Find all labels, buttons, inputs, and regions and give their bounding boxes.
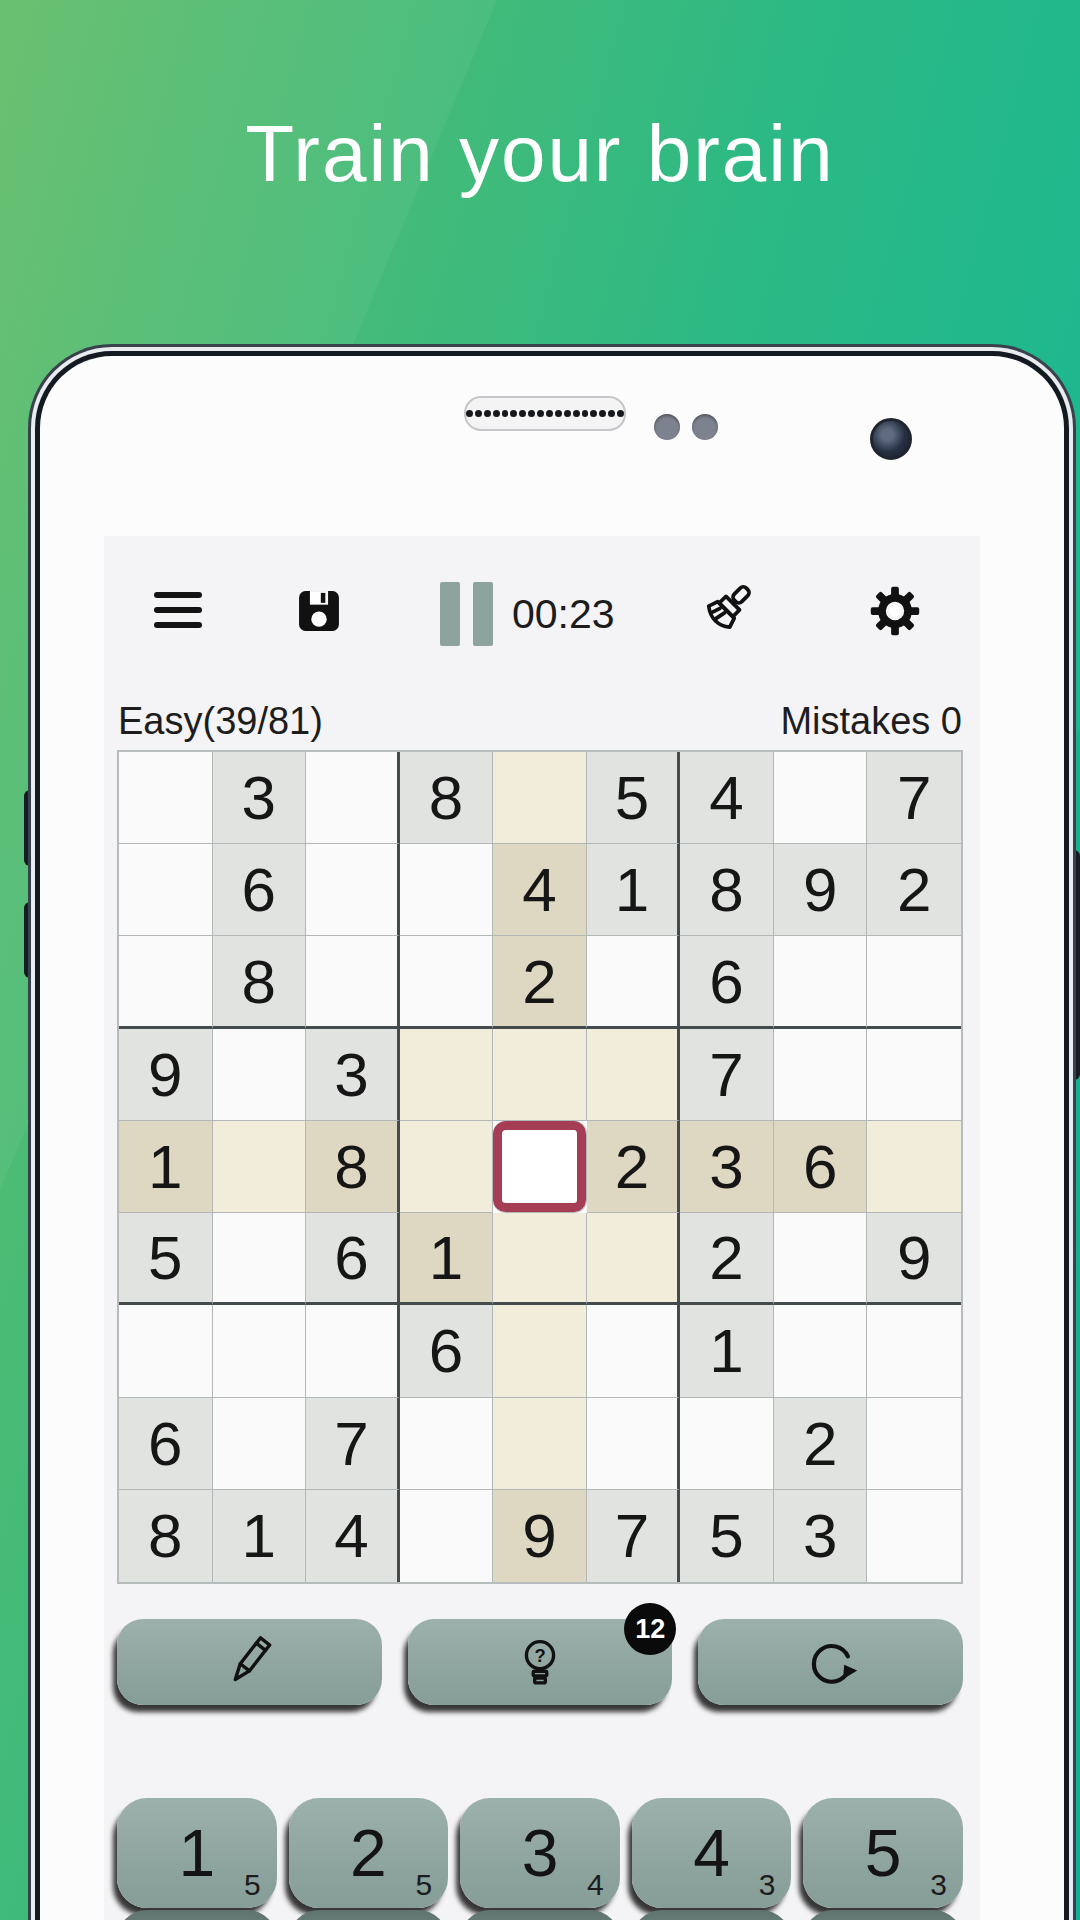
sudoku-cell-r2c4[interactable]	[400, 844, 494, 936]
action-button-row: ? 12	[117, 1619, 963, 1705]
hint-button[interactable]: ? 12	[408, 1619, 673, 1705]
sudoku-cell-r4c1[interactable]: 9	[119, 1029, 213, 1121]
sudoku-cell-r7c3[interactable]	[306, 1305, 400, 1397]
sudoku-cell-r5c8[interactable]: 6	[774, 1121, 868, 1213]
number-button-partial[interactable]	[117, 1910, 277, 1920]
sudoku-cell-r6c8[interactable]	[774, 1213, 868, 1305]
sudoku-cell-r4c7[interactable]: 7	[680, 1029, 774, 1121]
svg-text:?: ?	[534, 1645, 545, 1666]
app-screen: 00:23	[104, 536, 980, 1920]
sudoku-cell-r9c2[interactable]: 1	[213, 1490, 307, 1582]
sudoku-cell-r6c4[interactable]: 1	[400, 1213, 494, 1305]
sudoku-cell-r2c8[interactable]: 9	[774, 844, 868, 936]
sudoku-cell-r3c6[interactable]	[587, 936, 681, 1028]
sudoku-cell-r8c4[interactable]	[400, 1398, 494, 1490]
number-remaining-count: 5	[244, 1868, 261, 1902]
sudoku-cell-r2c3[interactable]	[306, 844, 400, 936]
number-button-digit: 1	[178, 1815, 215, 1891]
toolbar: 00:23	[104, 578, 980, 650]
sudoku-cell-r3c8[interactable]	[774, 936, 868, 1028]
sudoku-cell-r3c9[interactable]	[867, 936, 961, 1028]
pause-icon[interactable]	[440, 582, 493, 646]
timer-label: 00:23	[512, 582, 615, 646]
sudoku-cell-r7c1[interactable]	[119, 1305, 213, 1397]
number-button-2[interactable]: 25	[289, 1798, 449, 1908]
sudoku-cell-r7c9[interactable]	[867, 1305, 961, 1397]
sudoku-cell-r8c5[interactable]	[493, 1398, 587, 1490]
number-button-1[interactable]: 15	[117, 1798, 277, 1908]
sudoku-cell-r9c5[interactable]: 9	[493, 1490, 587, 1582]
sudoku-cell-r8c9[interactable]	[867, 1398, 961, 1490]
sudoku-cell-r5c7[interactable]: 3	[680, 1121, 774, 1213]
sudoku-cell-r4c8[interactable]	[774, 1029, 868, 1121]
sudoku-cell-r5c2[interactable]	[213, 1121, 307, 1213]
sudoku-cell-r5c9[interactable]	[867, 1121, 961, 1213]
sudoku-cell-r2c9[interactable]: 2	[867, 844, 961, 936]
sudoku-cell-r9c7[interactable]: 5	[680, 1490, 774, 1582]
sudoku-cell-r6c5[interactable]	[493, 1213, 587, 1305]
mistakes-label: Mistakes 0	[780, 700, 962, 743]
sudoku-cell-r2c2[interactable]: 6	[213, 844, 307, 936]
sudoku-cell-r1c5[interactable]	[493, 752, 587, 844]
sudoku-cell-r5c1[interactable]: 1	[119, 1121, 213, 1213]
number-button-3[interactable]: 34	[460, 1798, 620, 1908]
sudoku-cell-r6c9[interactable]: 9	[867, 1213, 961, 1305]
sudoku-cell-r8c8[interactable]: 2	[774, 1398, 868, 1490]
sudoku-cell-r4c2[interactable]	[213, 1029, 307, 1121]
number-button-partial[interactable]	[460, 1910, 620, 1920]
pencil-icon	[218, 1631, 280, 1693]
sudoku-cell-r9c8[interactable]: 3	[774, 1490, 868, 1582]
sudoku-cell-r6c2[interactable]	[213, 1213, 307, 1305]
sudoku-cell-r5c4[interactable]	[400, 1121, 494, 1213]
sudoku-cell-r7c5[interactable]	[493, 1305, 587, 1397]
number-button-digit: 3	[522, 1815, 559, 1891]
sudoku-cell-r4c6[interactable]	[587, 1029, 681, 1121]
sudoku-cell-r1c1[interactable]	[119, 752, 213, 844]
number-button-digit: 2	[350, 1815, 387, 1891]
sudoku-cell-r3c4[interactable]	[400, 936, 494, 1028]
number-remaining-count: 3	[759, 1868, 776, 1902]
sudoku-cell-r1c9[interactable]: 7	[867, 752, 961, 844]
screenshot-canvas: Train your brain	[0, 0, 1080, 1920]
page-title: Train your brain	[0, 108, 1080, 200]
sudoku-cell-r1c6[interactable]: 5	[587, 752, 681, 844]
sudoku-cell-r2c6[interactable]: 1	[587, 844, 681, 936]
proximity-sensor	[654, 414, 680, 440]
undo-icon	[801, 1632, 861, 1692]
light-sensor	[692, 414, 718, 440]
hint-count-badge: 12	[624, 1603, 676, 1655]
save-icon[interactable]	[290, 582, 348, 640]
sudoku-cell-r2c1[interactable]	[119, 844, 213, 936]
sudoku-cell-r8c3[interactable]: 7	[306, 1398, 400, 1490]
sudoku-cell-r4c5[interactable]	[493, 1029, 587, 1121]
number-button-digit: 4	[693, 1815, 730, 1891]
phone-mockup: 00:23	[40, 356, 1064, 1920]
hint-bulb-icon: ?	[509, 1631, 571, 1693]
settings-icon[interactable]	[864, 580, 926, 642]
sudoku-cell-r3c3[interactable]	[306, 936, 400, 1028]
sudoku-cell-r7c7[interactable]: 1	[680, 1305, 774, 1397]
sudoku-cell-r4c4[interactable]	[400, 1029, 494, 1121]
status-row: Easy(39/81) Mistakes 0	[104, 700, 980, 748]
sudoku-cell-r4c9[interactable]	[867, 1029, 961, 1121]
sudoku-cell-r7c8[interactable]	[774, 1305, 868, 1397]
sudoku-cell-r2c7[interactable]: 8	[680, 844, 774, 936]
sudoku-cell-r8c7[interactable]	[680, 1398, 774, 1490]
number-button-5[interactable]: 53	[803, 1798, 963, 1908]
sudoku-cell-r4c3[interactable]: 3	[306, 1029, 400, 1121]
sudoku-cell-r1c8[interactable]	[774, 752, 868, 844]
speaker-grille	[464, 396, 626, 431]
brush-icon[interactable]	[692, 578, 760, 646]
difficulty-label: Easy(39/81)	[118, 700, 323, 743]
sudoku-cell-r3c2[interactable]: 8	[213, 936, 307, 1028]
sudoku-cell-r1c7[interactable]: 4	[680, 752, 774, 844]
sudoku-cell-r3c1[interactable]	[119, 936, 213, 1028]
sudoku-cell-r7c2[interactable]	[213, 1305, 307, 1397]
sudoku-cell-r7c6[interactable]	[587, 1305, 681, 1397]
sudoku-cell-r9c1[interactable]: 8	[119, 1490, 213, 1582]
number-pad-row2-partial	[117, 1910, 963, 1920]
sudoku-cell-r5c3[interactable]: 8	[306, 1121, 400, 1213]
sudoku-cell-r5c5[interactable]	[493, 1121, 587, 1213]
sudoku-cell-r2c5[interactable]: 4	[493, 844, 587, 936]
sudoku-cell-r6c6[interactable]	[587, 1213, 681, 1305]
sudoku-cell-r3c7[interactable]: 6	[680, 936, 774, 1028]
sudoku-cell-r8c6[interactable]	[587, 1398, 681, 1490]
sudoku-cell-r6c1[interactable]: 5	[119, 1213, 213, 1305]
sudoku-cell-r8c2[interactable]	[213, 1398, 307, 1490]
number-button-4[interactable]: 43	[632, 1798, 792, 1908]
sudoku-cell-r6c3[interactable]: 6	[306, 1213, 400, 1305]
undo-button[interactable]	[698, 1619, 963, 1705]
sudoku-cell-r1c3[interactable]	[306, 752, 400, 844]
number-pad: 1525344353	[117, 1798, 963, 1908]
sudoku-cell-r9c4[interactable]	[400, 1490, 494, 1582]
sudoku-cell-r9c3[interactable]: 4	[306, 1490, 400, 1582]
number-button-partial[interactable]	[803, 1910, 963, 1920]
number-button-partial[interactable]	[632, 1910, 792, 1920]
number-remaining-count: 3	[930, 1868, 947, 1902]
menu-icon[interactable]	[154, 592, 202, 628]
number-button-partial[interactable]	[289, 1910, 449, 1920]
number-remaining-count: 5	[416, 1868, 433, 1902]
sudoku-board: 385476418928269371823656129616728149753	[117, 750, 963, 1584]
sudoku-cell-r6c7[interactable]: 2	[680, 1213, 774, 1305]
sudoku-cell-r1c4[interactable]: 8	[400, 752, 494, 844]
number-button-digit: 5	[865, 1815, 902, 1891]
number-remaining-count: 4	[587, 1868, 604, 1902]
sudoku-cell-r9c9[interactable]	[867, 1490, 961, 1582]
sudoku-cell-r5c6[interactable]: 2	[587, 1121, 681, 1213]
front-camera	[870, 418, 912, 460]
sudoku-cell-r9c6[interactable]: 7	[587, 1490, 681, 1582]
sudoku-cell-r8c1[interactable]: 6	[119, 1398, 213, 1490]
sudoku-cell-r1c2[interactable]: 3	[213, 752, 307, 844]
pencil-button[interactable]	[117, 1619, 382, 1705]
sudoku-cell-r3c5[interactable]: 2	[493, 936, 587, 1028]
sudoku-cell-r7c4[interactable]: 6	[400, 1305, 494, 1397]
